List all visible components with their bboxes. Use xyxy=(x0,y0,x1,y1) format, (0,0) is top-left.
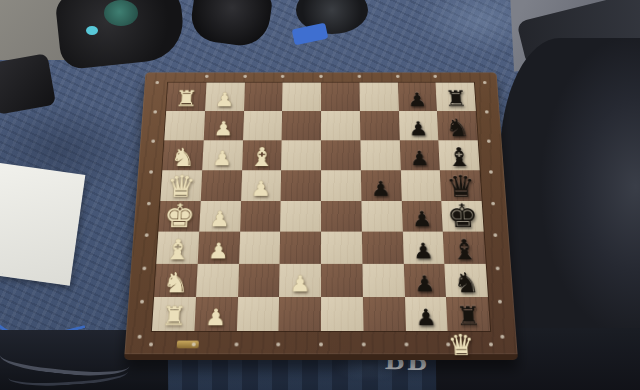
square-e8[interactable]: ♚ xyxy=(441,201,483,232)
piece-white-pawn[interactable]: ♟ xyxy=(241,178,281,199)
square-g1[interactable]: ♞ xyxy=(154,264,197,297)
board-frame: ♜♟♟♜♟♟♞♞♟♝♟♝♛♟♟♛♚♟♟♚♝♟♟♝♞♟♟♞♜♟♟♜ ♛ xyxy=(124,72,518,360)
frame-dot xyxy=(151,140,155,143)
frame-dot xyxy=(243,75,247,78)
teal-item xyxy=(104,0,138,26)
piece-white-pawn[interactable]: ♟ xyxy=(279,273,321,295)
square-d1[interactable]: ♛ xyxy=(160,170,202,201)
square-c1[interactable]: ♞ xyxy=(162,140,203,170)
square-b5[interactable] xyxy=(321,111,360,140)
piece-white-pawn[interactable]: ♟ xyxy=(198,241,240,263)
square-d4[interactable] xyxy=(281,170,321,201)
piece-black-pawn[interactable]: ♟ xyxy=(361,178,401,199)
square-c4[interactable] xyxy=(281,140,321,170)
piece-black-bishop[interactable]: ♝ xyxy=(443,236,486,264)
square-e3[interactable] xyxy=(240,201,281,232)
cyan-item xyxy=(86,26,98,35)
square-a2[interactable]: ♟ xyxy=(205,83,245,111)
square-c7[interactable]: ♟ xyxy=(399,140,440,170)
piece-black-rook[interactable]: ♜ xyxy=(447,304,491,330)
square-a4[interactable] xyxy=(282,83,321,111)
square-e7[interactable]: ♟ xyxy=(401,201,443,232)
phone-object xyxy=(0,53,56,115)
square-b3[interactable] xyxy=(243,111,283,140)
square-e4[interactable] xyxy=(280,201,321,232)
square-h3[interactable] xyxy=(236,297,279,331)
square-f1[interactable]: ♝ xyxy=(156,232,199,264)
square-h2[interactable]: ♟ xyxy=(194,297,237,331)
square-f5[interactable] xyxy=(321,232,362,264)
piece-black-pawn[interactable]: ♟ xyxy=(402,209,443,230)
piece-white-knight[interactable]: ♞ xyxy=(154,269,197,297)
square-b2[interactable]: ♟ xyxy=(203,111,243,140)
frame-dot xyxy=(147,201,151,204)
frame-dot xyxy=(319,343,323,347)
photo-scene: RR ♜♟♟♜♟♟♞♞♟♝♟♝♛♟♟♛♚♟♟♚♝♟♟♝♞♟♟♞♜♟♟♜ ♛ xyxy=(0,0,640,390)
square-f6[interactable] xyxy=(362,232,404,264)
piece-white-pawn[interactable]: ♟ xyxy=(202,148,242,168)
frame-dot xyxy=(493,233,497,237)
square-a5[interactable] xyxy=(321,83,360,111)
piece-white-rook[interactable]: ♜ xyxy=(166,88,206,110)
frame-dot xyxy=(281,75,285,78)
piece-white-knight[interactable]: ♞ xyxy=(162,145,203,170)
piece-white-king[interactable]: ♚ xyxy=(158,200,200,232)
piece-white-pawn[interactable]: ♟ xyxy=(194,306,237,329)
frame-dot xyxy=(191,343,195,347)
square-g4[interactable]: ♟ xyxy=(279,264,321,297)
piece-black-pawn[interactable]: ♟ xyxy=(400,148,440,168)
frame-dot xyxy=(140,300,144,304)
piece-black-pawn[interactable]: ♟ xyxy=(399,119,439,139)
board-grid: ♜♟♟♜♟♟♞♞♟♝♟♝♛♟♟♛♚♟♟♚♝♟♟♝♞♟♟♞♜♟♟♜ xyxy=(152,83,490,331)
frame-dot xyxy=(319,75,323,78)
piece-black-king[interactable]: ♚ xyxy=(441,200,483,232)
frame-dot xyxy=(357,75,361,78)
frame-dot xyxy=(142,266,146,270)
square-d5[interactable] xyxy=(321,170,361,201)
piece-black-knight[interactable]: ♞ xyxy=(445,269,488,297)
square-c5[interactable] xyxy=(321,140,361,170)
square-h5[interactable] xyxy=(321,297,363,331)
frame-dot xyxy=(361,343,365,347)
office-chair xyxy=(500,38,640,368)
square-h8[interactable]: ♜ xyxy=(446,297,490,331)
spare-white-queen-on-frame[interactable]: ♛ xyxy=(405,331,518,360)
square-h6[interactable] xyxy=(363,297,406,331)
square-c8[interactable]: ♝ xyxy=(439,140,480,170)
square-g6[interactable] xyxy=(362,264,404,297)
square-g7[interactable]: ♟ xyxy=(403,264,446,297)
piece-white-rook[interactable]: ♜ xyxy=(152,304,196,330)
square-f4[interactable] xyxy=(280,232,321,264)
square-e1[interactable]: ♚ xyxy=(158,201,200,232)
square-b8[interactable]: ♞ xyxy=(437,111,478,140)
frame-dot xyxy=(155,81,159,84)
square-h7[interactable]: ♟ xyxy=(404,297,447,331)
square-f8[interactable]: ♝ xyxy=(443,232,486,264)
square-h1[interactable]: ♜ xyxy=(152,297,196,331)
square-c2[interactable]: ♟ xyxy=(202,140,243,170)
square-g8[interactable]: ♞ xyxy=(445,264,488,297)
square-b1[interactable] xyxy=(164,111,205,140)
square-g2[interactable] xyxy=(196,264,239,297)
piece-black-bishop[interactable]: ♝ xyxy=(439,144,480,170)
frame-dot xyxy=(434,75,438,78)
piece-white-pawn[interactable]: ♟ xyxy=(199,209,240,230)
frame-dot xyxy=(483,81,487,84)
piece-black-knight[interactable]: ♞ xyxy=(437,116,477,140)
frame-dot xyxy=(498,300,502,304)
board-play-area: ♜♟♟♜♟♟♞♞♟♝♟♝♛♟♟♛♚♟♟♚♝♟♟♝♞♟♟♞♜♟♟♜ xyxy=(152,83,490,331)
piece-black-pawn[interactable]: ♟ xyxy=(398,90,437,109)
square-f2[interactable]: ♟ xyxy=(197,232,239,264)
square-a7[interactable]: ♟ xyxy=(397,83,437,111)
frame-dot xyxy=(153,110,157,113)
square-a3[interactable] xyxy=(244,83,283,111)
frame-dot xyxy=(276,343,280,347)
piece-black-pawn[interactable]: ♟ xyxy=(403,241,445,263)
square-d8[interactable]: ♛ xyxy=(440,170,482,201)
square-b7[interactable]: ♟ xyxy=(398,111,438,140)
square-g3[interactable] xyxy=(238,264,280,297)
frame-dot xyxy=(149,343,153,347)
frame-dot xyxy=(234,343,238,347)
square-a6[interactable] xyxy=(359,83,398,111)
square-e6[interactable] xyxy=(361,201,402,232)
square-d2[interactable] xyxy=(201,170,242,201)
piece-white-pawn[interactable]: ♟ xyxy=(205,90,244,109)
frame-dot xyxy=(487,140,491,143)
frame-dot xyxy=(137,335,141,339)
square-c6[interactable] xyxy=(360,140,400,170)
frame-dot xyxy=(491,201,495,204)
square-e5[interactable] xyxy=(321,201,362,232)
square-e2[interactable]: ♟ xyxy=(199,201,241,232)
frame-dot xyxy=(149,170,153,173)
square-d7[interactable] xyxy=(400,170,441,201)
square-c3[interactable]: ♝ xyxy=(242,140,282,170)
frame-dot xyxy=(496,266,500,270)
piece-black-pawn[interactable]: ♟ xyxy=(404,273,446,295)
frame-dot xyxy=(485,110,489,113)
square-b4[interactable] xyxy=(282,111,321,140)
piece-white-bishop[interactable]: ♝ xyxy=(156,236,199,264)
square-a1[interactable]: ♜ xyxy=(166,83,206,111)
brass-hinge xyxy=(177,341,199,349)
piece-black-pawn[interactable]: ♟ xyxy=(405,306,448,329)
square-b6[interactable] xyxy=(360,111,400,140)
square-g5[interactable] xyxy=(321,264,363,297)
chess-board: ♜♟♟♜♟♟♞♞♟♝♟♝♛♟♟♛♚♟♟♚♝♟♟♝♞♟♟♞♜♟♟♜ ♛ xyxy=(124,72,518,360)
square-d6[interactable]: ♟ xyxy=(361,170,402,201)
frame-dot xyxy=(489,170,493,173)
piece-white-pawn[interactable]: ♟ xyxy=(204,119,244,139)
piece-white-bishop[interactable]: ♝ xyxy=(242,144,282,170)
frame-dot xyxy=(145,233,149,237)
square-h4[interactable] xyxy=(279,297,321,331)
square-d3[interactable]: ♟ xyxy=(241,170,282,201)
frame-dot xyxy=(205,75,209,78)
square-a8[interactable]: ♜ xyxy=(436,83,476,111)
piece-black-rook[interactable]: ♜ xyxy=(436,88,476,110)
square-f7[interactable]: ♟ xyxy=(402,232,444,264)
frame-dot xyxy=(395,75,399,78)
square-f3[interactable] xyxy=(239,232,281,264)
